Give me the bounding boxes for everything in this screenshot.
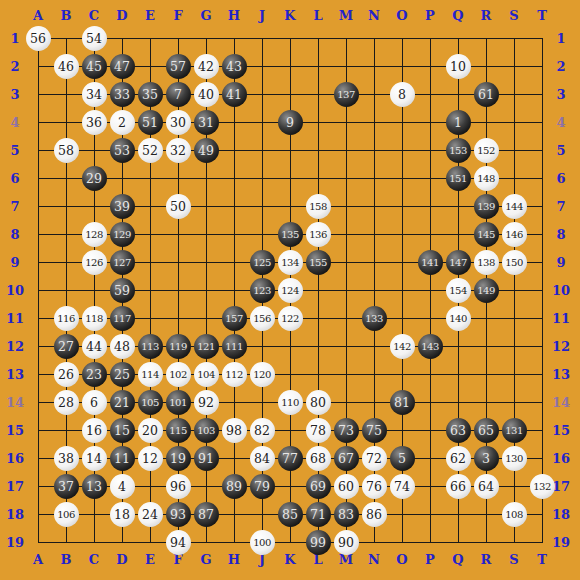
stone-white-154-Q10[interactable]: 154: [446, 278, 471, 303]
stone-white-16-C15[interactable]: 16: [82, 418, 107, 443]
row-label-left-19: 19: [6, 535, 24, 550]
col-label-bottom-T: T: [537, 552, 547, 567]
stone-black-119-F12[interactable]: 119: [166, 334, 191, 359]
col-label-top-M: M: [339, 8, 353, 23]
stone-white-30-F4[interactable]: 30: [166, 110, 191, 135]
col-label-top-N: N: [368, 8, 380, 23]
row-label-right-5: 5: [556, 143, 565, 158]
row-label-left-9: 9: [10, 255, 19, 270]
stone-white-78-L15[interactable]: 78: [306, 418, 331, 443]
row-label-left-7: 7: [10, 199, 19, 214]
stone-black-3-R16[interactable]: 3: [474, 446, 499, 471]
row-label-left-10: 10: [6, 283, 24, 298]
stone-white-118-C11[interactable]: 118: [82, 306, 107, 331]
stone-white-60-M17[interactable]: 60: [334, 474, 359, 499]
stone-white-62-Q16[interactable]: 62: [446, 446, 471, 471]
stone-white-18-D18[interactable]: 18: [110, 502, 135, 527]
col-label-bottom-G: G: [200, 552, 211, 567]
stone-white-46-B2[interactable]: 46: [54, 54, 79, 79]
stone-black-115-F15[interactable]: 115: [166, 418, 191, 443]
stone-white-80-L14[interactable]: 80: [306, 390, 331, 415]
stone-white-76-N17[interactable]: 76: [362, 474, 387, 499]
stone-white-92-G14[interactable]: 92: [194, 390, 219, 415]
row-label-right-14: 14: [552, 395, 570, 410]
stone-black-91-G16[interactable]: 91: [194, 446, 219, 471]
stone-white-100-J19[interactable]: 100: [250, 530, 275, 555]
row-label-left-12: 12: [6, 339, 24, 354]
col-label-top-D: D: [116, 8, 127, 23]
row-label-left-13: 13: [6, 367, 24, 382]
col-label-top-O: O: [396, 8, 407, 23]
row-label-left-6: 6: [10, 171, 19, 186]
stone-black-139-R7[interactable]: 139: [474, 194, 499, 219]
stone-black-133-N11[interactable]: 133: [362, 306, 387, 331]
col-label-top-C: C: [89, 8, 99, 23]
stone-white-74-O17[interactable]: 74: [390, 474, 415, 499]
stone-black-65-R15[interactable]: 65: [474, 418, 499, 443]
stone-white-138-R9[interactable]: 138: [474, 250, 499, 275]
stone-black-153-Q5[interactable]: 153: [446, 138, 471, 163]
stone-white-86-N18[interactable]: 86: [362, 502, 387, 527]
row-label-right-8: 8: [556, 227, 565, 242]
col-label-bottom-H: H: [228, 552, 240, 567]
stone-black-127-D9[interactable]: 127: [110, 250, 135, 275]
stone-black-103-G15[interactable]: 103: [194, 418, 219, 443]
col-label-bottom-A: A: [33, 552, 43, 567]
stone-black-149-R10[interactable]: 149: [474, 278, 499, 303]
stone-black-59-D10[interactable]: 59: [110, 278, 135, 303]
col-label-top-Q: Q: [452, 8, 463, 23]
stone-white-28-B14[interactable]: 28: [54, 390, 79, 415]
stone-black-73-M15[interactable]: 73: [334, 418, 359, 443]
row-label-right-12: 12: [552, 339, 570, 354]
stone-black-25-D13[interactable]: 25: [110, 362, 135, 387]
row-label-right-7: 7: [556, 199, 565, 214]
col-label-bottom-S: S: [509, 552, 518, 567]
stone-black-29-C6[interactable]: 29: [82, 166, 107, 191]
stone-white-48-D12[interactable]: 48: [110, 334, 135, 359]
stone-white-34-C3[interactable]: 34: [82, 82, 107, 107]
stone-white-152-R5[interactable]: 152: [474, 138, 499, 163]
stone-black-123-J10[interactable]: 123: [250, 278, 275, 303]
stone-black-63-Q15[interactable]: 63: [446, 418, 471, 443]
col-label-bottom-Q: Q: [452, 552, 463, 567]
col-label-top-J: J: [259, 8, 265, 23]
col-label-bottom-E: E: [145, 552, 155, 567]
col-label-bottom-B: B: [61, 552, 72, 567]
stone-black-67-M16[interactable]: 67: [334, 446, 359, 471]
stone-white-14-C16[interactable]: 14: [82, 446, 107, 471]
stone-white-26-B13[interactable]: 26: [54, 362, 79, 387]
stone-white-8-O3[interactable]: 8: [390, 82, 415, 107]
row-label-right-1: 1: [556, 31, 565, 46]
stone-white-44-C12[interactable]: 44: [82, 334, 107, 359]
row-label-right-3: 3: [556, 87, 565, 102]
stone-black-81-O14[interactable]: 81: [390, 390, 415, 415]
col-label-bottom-N: N: [368, 552, 380, 567]
stone-black-105-E14[interactable]: 105: [138, 390, 163, 415]
row-label-left-14: 14: [6, 395, 24, 410]
stone-white-158-L7[interactable]: 158: [306, 194, 331, 219]
stone-white-50-F7[interactable]: 50: [166, 194, 191, 219]
row-label-left-2: 2: [10, 59, 19, 74]
stone-white-136-L8[interactable]: 136: [306, 222, 331, 247]
stone-white-104-G13[interactable]: 104: [194, 362, 219, 387]
stone-black-49-G5[interactable]: 49: [194, 138, 219, 163]
stone-white-96-F17[interactable]: 96: [166, 474, 191, 499]
stone-white-102-F13[interactable]: 102: [166, 362, 191, 387]
stone-black-35-E3[interactable]: 35: [138, 82, 163, 107]
stone-white-24-E18[interactable]: 24: [138, 502, 163, 527]
stone-white-132-T17[interactable]: 132: [530, 474, 555, 499]
stone-black-113-E12[interactable]: 113: [138, 334, 163, 359]
stone-white-148-R6[interactable]: 148: [474, 166, 499, 191]
stone-white-10-Q2[interactable]: 10: [446, 54, 471, 79]
stone-black-13-C17[interactable]: 13: [82, 474, 107, 499]
stone-white-38-B16[interactable]: 38: [54, 446, 79, 471]
stone-black-145-R8[interactable]: 145: [474, 222, 499, 247]
stone-black-125-J9[interactable]: 125: [250, 250, 275, 275]
stone-black-93-F18[interactable]: 93: [166, 502, 191, 527]
col-label-top-H: H: [228, 8, 240, 23]
stone-black-43-H2[interactable]: 43: [222, 54, 247, 79]
stone-white-72-N16[interactable]: 72: [362, 446, 387, 471]
row-label-left-4: 4: [10, 115, 19, 130]
stone-white-90-M19[interactable]: 90: [334, 530, 359, 555]
stone-white-56-A1[interactable]: 56: [26, 26, 51, 51]
stone-white-54-C1[interactable]: 54: [82, 26, 107, 51]
col-label-top-K: K: [284, 8, 295, 23]
stone-black-131-S15[interactable]: 131: [502, 418, 527, 443]
row-label-right-6: 6: [556, 171, 565, 186]
row-label-left-15: 15: [6, 423, 24, 438]
stone-black-147-Q9[interactable]: 147: [446, 250, 471, 275]
stone-black-99-L19[interactable]: 99: [306, 530, 331, 555]
go-board-diagram: AABBCCDDEEFFGGHHJJKKLLMMNNOOPPQQRRSSTT11…: [0, 0, 580, 580]
stone-black-53-D5[interactable]: 53: [110, 138, 135, 163]
stone-white-134-K9[interactable]: 134: [278, 250, 303, 275]
stone-black-37-B17[interactable]: 37: [54, 474, 79, 499]
stone-black-1-Q4[interactable]: 1: [446, 110, 471, 135]
stone-white-142-O12[interactable]: 142: [390, 334, 415, 359]
stone-black-79-J17[interactable]: 79: [250, 474, 275, 499]
stone-black-101-F14[interactable]: 101: [166, 390, 191, 415]
stone-black-45-C2[interactable]: 45: [82, 54, 107, 79]
stone-white-66-Q17[interactable]: 66: [446, 474, 471, 499]
stone-black-135-K8[interactable]: 135: [278, 222, 303, 247]
col-label-top-B: B: [61, 8, 72, 23]
col-label-bottom-R: R: [481, 552, 492, 567]
col-label-top-A: A: [33, 8, 43, 23]
stone-white-4-D17[interactable]: 4: [110, 474, 135, 499]
row-label-right-9: 9: [556, 255, 565, 270]
stone-white-116-B11[interactable]: 116: [54, 306, 79, 331]
stone-white-146-S8[interactable]: 146: [502, 222, 527, 247]
stone-black-11-D16[interactable]: 11: [110, 446, 135, 471]
stone-white-112-H13[interactable]: 112: [222, 362, 247, 387]
stone-white-2-D4[interactable]: 2: [110, 110, 135, 135]
row-label-right-16: 16: [552, 451, 570, 466]
stone-black-85-K18[interactable]: 85: [278, 502, 303, 527]
stone-black-15-D15[interactable]: 15: [110, 418, 135, 443]
stone-black-129-D8[interactable]: 129: [110, 222, 135, 247]
row-label-left-1: 1: [10, 31, 19, 46]
stone-black-19-F16[interactable]: 19: [166, 446, 191, 471]
stone-black-5-O16[interactable]: 5: [390, 446, 415, 471]
stone-white-108-S18[interactable]: 108: [502, 502, 527, 527]
stone-white-32-F5[interactable]: 32: [166, 138, 191, 163]
stone-white-106-B18[interactable]: 106: [54, 502, 79, 527]
stone-black-41-H3[interactable]: 41: [222, 82, 247, 107]
stone-black-87-G18[interactable]: 87: [194, 502, 219, 527]
col-label-top-G: G: [200, 8, 211, 23]
stone-white-84-J16[interactable]: 84: [250, 446, 275, 471]
stone-black-111-H12[interactable]: 111: [222, 334, 247, 359]
col-label-bottom-K: K: [284, 552, 295, 567]
stone-black-71-L18[interactable]: 71: [306, 502, 331, 527]
row-label-left-17: 17: [6, 479, 24, 494]
stone-black-89-H17[interactable]: 89: [222, 474, 247, 499]
row-label-right-17: 17: [552, 479, 570, 494]
stone-white-144-S7[interactable]: 144: [502, 194, 527, 219]
stone-white-36-C4[interactable]: 36: [82, 110, 107, 135]
stone-black-69-L17[interactable]: 69: [306, 474, 331, 499]
stone-black-21-D14[interactable]: 21: [110, 390, 135, 415]
row-label-right-10: 10: [552, 283, 570, 298]
stone-black-121-G12[interactable]: 121: [194, 334, 219, 359]
stone-white-128-C8[interactable]: 128: [82, 222, 107, 247]
col-label-bottom-P: P: [425, 552, 435, 567]
row-label-left-18: 18: [6, 507, 24, 522]
col-label-top-E: E: [145, 8, 155, 23]
row-label-right-13: 13: [552, 367, 570, 382]
stone-white-68-L16[interactable]: 68: [306, 446, 331, 471]
col-label-top-S: S: [509, 8, 518, 23]
row-label-right-2: 2: [556, 59, 565, 74]
stone-black-75-N15[interactable]: 75: [362, 418, 387, 443]
stone-black-83-M18[interactable]: 83: [334, 502, 359, 527]
col-label-top-T: T: [537, 8, 547, 23]
col-label-top-L: L: [313, 8, 322, 23]
stone-black-155-L9[interactable]: 155: [306, 250, 331, 275]
stone-white-130-S16[interactable]: 130: [502, 446, 527, 471]
stone-black-143-P12[interactable]: 143: [418, 334, 443, 359]
stone-black-151-Q6[interactable]: 151: [446, 166, 471, 191]
col-label-top-F: F: [173, 8, 182, 23]
stone-black-61-R3[interactable]: 61: [474, 82, 499, 107]
stone-black-39-D7[interactable]: 39: [110, 194, 135, 219]
stone-white-40-G3[interactable]: 40: [194, 82, 219, 107]
col-label-top-P: P: [425, 8, 435, 23]
stone-black-157-H11[interactable]: 157: [222, 306, 247, 331]
row-label-right-11: 11: [552, 311, 570, 326]
col-label-bottom-C: C: [89, 552, 99, 567]
stone-black-31-G4[interactable]: 31: [194, 110, 219, 135]
row-label-left-11: 11: [6, 311, 24, 326]
row-label-right-4: 4: [556, 115, 565, 130]
stone-black-57-F2[interactable]: 57: [166, 54, 191, 79]
stone-white-98-H15[interactable]: 98: [222, 418, 247, 443]
stone-white-58-B5[interactable]: 58: [54, 138, 79, 163]
stone-black-137-M3[interactable]: 137: [334, 82, 359, 107]
stone-white-114-E13[interactable]: 114: [138, 362, 163, 387]
stone-white-52-E5[interactable]: 52: [138, 138, 163, 163]
stone-white-140-Q11[interactable]: 140: [446, 306, 471, 331]
stone-white-124-K10[interactable]: 124: [278, 278, 303, 303]
stone-white-42-G2[interactable]: 42: [194, 54, 219, 79]
row-label-left-3: 3: [10, 87, 19, 102]
stone-black-47-D2[interactable]: 47: [110, 54, 135, 79]
stone-black-27-B12[interactable]: 27: [54, 334, 79, 359]
stone-white-150-S9[interactable]: 150: [502, 250, 527, 275]
row-label-right-15: 15: [552, 423, 570, 438]
stone-white-6-C14[interactable]: 6: [82, 390, 107, 415]
stone-white-82-J15[interactable]: 82: [250, 418, 275, 443]
stone-white-120-J13[interactable]: 120: [250, 362, 275, 387]
stone-black-77-K16[interactable]: 77: [278, 446, 303, 471]
col-label-bottom-O: O: [396, 552, 407, 567]
stone-white-20-E15[interactable]: 20: [138, 418, 163, 443]
col-label-bottom-D: D: [116, 552, 127, 567]
stone-white-122-K11[interactable]: 122: [278, 306, 303, 331]
row-label-right-19: 19: [552, 535, 570, 550]
stone-black-7-F3[interactable]: 7: [166, 82, 191, 107]
row-label-right-18: 18: [552, 507, 570, 522]
col-label-top-R: R: [481, 8, 492, 23]
row-label-left-5: 5: [10, 143, 19, 158]
stone-white-126-C9[interactable]: 126: [82, 250, 107, 275]
row-label-left-16: 16: [6, 451, 24, 466]
stone-black-51-E4[interactable]: 51: [138, 110, 163, 135]
stone-black-141-P9[interactable]: 141: [418, 250, 443, 275]
row-label-left-8: 8: [10, 227, 19, 242]
stone-black-23-C13[interactable]: 23: [82, 362, 107, 387]
stone-black-9-K4[interactable]: 9: [278, 110, 303, 135]
stone-white-94-F19[interactable]: 94: [166, 530, 191, 555]
stone-black-33-D3[interactable]: 33: [110, 82, 135, 107]
stone-white-156-J11[interactable]: 156: [250, 306, 275, 331]
stone-white-110-K14[interactable]: 110: [278, 390, 303, 415]
stone-black-117-D11[interactable]: 117: [110, 306, 135, 331]
stone-white-64-R17[interactable]: 64: [474, 474, 499, 499]
stone-white-12-E16[interactable]: 12: [138, 446, 163, 471]
